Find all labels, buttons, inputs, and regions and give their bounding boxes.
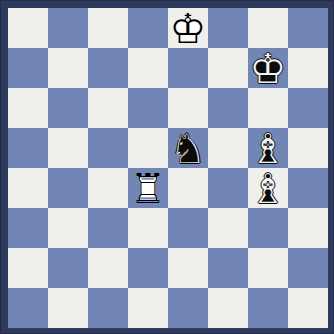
square-f2[interactable] (208, 248, 248, 288)
square-a5[interactable] (8, 128, 48, 168)
white-rook-piece[interactable]: ♜♖ (128, 168, 168, 208)
square-e3[interactable] (168, 208, 208, 248)
square-h2[interactable] (288, 248, 328, 288)
square-h5[interactable] (288, 128, 328, 168)
white-rook-glyph-fill: ♜ (128, 168, 168, 208)
square-h6[interactable] (288, 88, 328, 128)
square-h4[interactable] (288, 168, 328, 208)
square-b2[interactable] (48, 248, 88, 288)
square-f1[interactable] (208, 288, 248, 328)
square-h7[interactable] (288, 48, 328, 88)
square-g8[interactable] (248, 8, 288, 48)
black-bishop-glyph-outline: ♗ (248, 168, 288, 208)
black-bishop-glyph-outline: ♗ (248, 128, 288, 168)
white-king-piece[interactable]: ♚♔ (168, 8, 208, 48)
square-b6[interactable] (48, 88, 88, 128)
black-king-glyph-outline: ♔ (248, 48, 288, 88)
square-f7[interactable] (208, 48, 248, 88)
square-d6[interactable] (128, 88, 168, 128)
square-b3[interactable] (48, 208, 88, 248)
square-f8[interactable] (208, 8, 248, 48)
black-king-glyph-fill: ♚ (248, 48, 288, 88)
black-knight-glyph-outline: ♘ (168, 128, 208, 168)
square-a6[interactable] (8, 88, 48, 128)
square-b8[interactable] (48, 8, 88, 48)
black-bishop-glyph-fill: ♝ (248, 128, 288, 168)
square-d5[interactable] (128, 128, 168, 168)
square-d3[interactable] (128, 208, 168, 248)
square-e5[interactable]: ♞♘ (168, 128, 208, 168)
square-b4[interactable] (48, 168, 88, 208)
square-f4[interactable] (208, 168, 248, 208)
square-c2[interactable] (88, 248, 128, 288)
square-c8[interactable] (88, 8, 128, 48)
square-b7[interactable] (48, 48, 88, 88)
black-bishop-glyph-fill: ♝ (248, 168, 288, 208)
square-d1[interactable] (128, 288, 168, 328)
black-bishop-piece[interactable]: ♝♗ (248, 168, 288, 208)
square-a4[interactable] (8, 168, 48, 208)
square-f6[interactable] (208, 88, 248, 128)
square-h8[interactable] (288, 8, 328, 48)
square-f5[interactable] (208, 128, 248, 168)
square-d7[interactable] (128, 48, 168, 88)
black-knight-piece[interactable]: ♞♘ (168, 128, 208, 168)
square-e8[interactable]: ♚♔ (168, 8, 208, 48)
square-a8[interactable] (8, 8, 48, 48)
square-d2[interactable] (128, 248, 168, 288)
square-a7[interactable] (8, 48, 48, 88)
square-g2[interactable] (248, 248, 288, 288)
square-g3[interactable] (248, 208, 288, 248)
board-frame: ♚♔♚♔♞♘♝♗♜♖♝♗ (0, 0, 334, 334)
square-a1[interactable] (8, 288, 48, 328)
square-b1[interactable] (48, 288, 88, 328)
chess-board[interactable]: ♚♔♚♔♞♘♝♗♜♖♝♗ (8, 8, 328, 328)
black-bishop-piece[interactable]: ♝♗ (248, 128, 288, 168)
square-e1[interactable] (168, 288, 208, 328)
square-c3[interactable] (88, 208, 128, 248)
square-c1[interactable] (88, 288, 128, 328)
black-knight-glyph-fill: ♞ (168, 128, 208, 168)
square-c4[interactable] (88, 168, 128, 208)
square-d4[interactable]: ♜♖ (128, 168, 168, 208)
black-king-piece[interactable]: ♚♔ (248, 48, 288, 88)
square-f3[interactable] (208, 208, 248, 248)
square-h1[interactable] (288, 288, 328, 328)
square-e4[interactable] (168, 168, 208, 208)
square-b5[interactable] (48, 128, 88, 168)
square-e6[interactable] (168, 88, 208, 128)
white-king-glyph-fill: ♚ (168, 8, 208, 48)
square-g7[interactable]: ♚♔ (248, 48, 288, 88)
white-king-glyph-outline: ♔ (168, 8, 208, 48)
square-c7[interactable] (88, 48, 128, 88)
square-g6[interactable] (248, 88, 288, 128)
square-h3[interactable] (288, 208, 328, 248)
square-g5[interactable]: ♝♗ (248, 128, 288, 168)
square-a2[interactable] (8, 248, 48, 288)
square-a3[interactable] (8, 208, 48, 248)
square-c5[interactable] (88, 128, 128, 168)
square-e2[interactable] (168, 248, 208, 288)
white-rook-glyph-outline: ♖ (128, 168, 168, 208)
square-c6[interactable] (88, 88, 128, 128)
square-e7[interactable] (168, 48, 208, 88)
square-g1[interactable] (248, 288, 288, 328)
square-g4[interactable]: ♝♗ (248, 168, 288, 208)
square-d8[interactable] (128, 8, 168, 48)
